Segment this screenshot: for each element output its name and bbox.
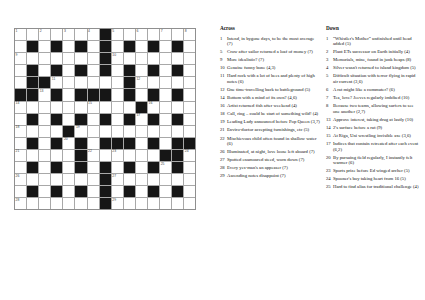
across-clue-1: 1Intend, in bygone days, to be the most … [220, 36, 320, 47]
clue-number-19: 19 [76, 125, 80, 129]
across-clue-number: 26 [220, 149, 226, 155]
cell-r5c7[interactable] [88, 77, 99, 88]
cell-r13c10[interactable] [124, 174, 135, 185]
down-clue-2: 2Plant ETs successor on Earth initially … [326, 49, 421, 55]
black-cell-r8c2 [27, 114, 38, 125]
across-clue-text: Enviro-doctor accepting furnishings, etc… [227, 127, 320, 133]
down-clue-list: 1“Whistler's Mother” unfinished until he… [326, 36, 421, 190]
cell-r2c13[interactable] [160, 41, 171, 52]
down-clue-text: Plant ETs successor on Earth initially (… [333, 49, 421, 55]
across-clue-22: 22Mischievous child often found in shall… [220, 136, 320, 147]
across-clue-text: Genuine funny bone (4,3) [227, 65, 320, 71]
across-clue-9: 9More idealistic? (7) [220, 57, 320, 63]
black-cell-r4c2 [27, 65, 38, 76]
clue-number-21: 21 [16, 149, 20, 153]
cell-r10c13[interactable] [160, 138, 171, 149]
cell-r1c6[interactable] [75, 29, 86, 40]
cell-r9c13[interactable] [160, 126, 171, 137]
across-clue-text: Spotted enamoured steed, worn down (7) [227, 157, 320, 163]
across-clues: Across 1Intend, in bygone days, to be th… [220, 26, 320, 182]
cell-r10c3[interactable] [39, 138, 50, 149]
cell-r10c1[interactable] [15, 138, 26, 149]
cell-r15c15[interactable] [184, 198, 195, 209]
cell-r8c11[interactable]: 17 [136, 114, 147, 125]
cell-r15c3[interactable] [39, 198, 50, 209]
cell-r3c2[interactable] [27, 53, 38, 64]
cell-r7c2[interactable] [27, 102, 38, 113]
cell-r15c2[interactable] [27, 198, 38, 209]
cell-r10c7[interactable] [88, 138, 99, 149]
cell-r3c6[interactable] [75, 53, 86, 64]
black-cell-r6c10 [124, 89, 135, 100]
cell-r3c5[interactable] [63, 53, 74, 64]
cell-r4c11[interactable] [136, 65, 147, 76]
across-clue-21: 21Enviro-doctor accepting furnishings, e… [220, 127, 320, 133]
cell-r9c11[interactable] [136, 126, 147, 137]
down-clue-number: 23 [326, 168, 332, 174]
cell-r7c5[interactable] [63, 102, 74, 113]
cell-r1c11[interactable]: 6 [136, 29, 147, 40]
cell-r2c3[interactable] [39, 41, 50, 52]
black-cell-r14c6 [75, 186, 86, 197]
down-heading: Down [326, 26, 421, 32]
cell-r14c1[interactable] [15, 186, 26, 197]
black-cell-r8c10 [124, 114, 135, 125]
cell-r3c3[interactable] [39, 53, 50, 64]
cell-r12c1[interactable] [15, 162, 26, 173]
cell-r7c1[interactable]: 14 [15, 102, 26, 113]
cell-r11c7[interactable]: 22 [88, 150, 99, 161]
cell-r11c8[interactable] [100, 150, 111, 161]
down-clue-25: 25Hard to find alias for traditional cha… [326, 184, 421, 190]
cell-r9c10[interactable] [124, 126, 135, 137]
cell-r2c7[interactable] [88, 41, 99, 52]
across-clue-number: 19 [220, 119, 226, 125]
cell-r4c1[interactable] [15, 65, 26, 76]
cell-r11c2[interactable] [27, 150, 38, 161]
cell-r13c15[interactable] [184, 174, 195, 185]
cell-r9c7[interactable] [88, 126, 99, 137]
down-clue-7: 7Tea, love? Jeeves regularly imbibed (10… [326, 95, 421, 101]
down-clue-text: Tea, love? Jeeves regularly imbibed (10) [333, 95, 421, 101]
across-clue-text: Leading Lady announced before Pop Queen … [227, 119, 320, 125]
cell-r15c13[interactable] [160, 198, 171, 209]
cell-r4c5[interactable] [63, 65, 74, 76]
clue-number-18: 18 [16, 125, 20, 129]
cell-r13c13[interactable] [160, 174, 171, 185]
black-cell-r10c10 [124, 138, 135, 149]
down-clue-number: 5 [326, 73, 332, 84]
down-clue-number: 7 [326, 95, 332, 101]
across-clue-number: 1 [220, 36, 226, 47]
cell-r12c9[interactable] [112, 162, 123, 173]
cell-r3c7[interactable] [88, 53, 99, 64]
down-clue-text: Memorials, mine, found in junk heaps (8) [333, 57, 421, 63]
cell-r12c5[interactable] [63, 162, 74, 173]
black-cell-r8c8 [100, 114, 111, 125]
cell-r11c1[interactable]: 21 [15, 150, 26, 161]
cell-r12c7[interactable] [88, 162, 99, 173]
cell-r5c11[interactable]: 12 [136, 77, 147, 88]
cell-r1c7[interactable]: 4 [88, 29, 99, 40]
cell-r2c11[interactable] [136, 41, 147, 52]
cell-r11c12[interactable] [148, 150, 159, 161]
across-clue-number: 21 [220, 127, 226, 133]
cell-r6c9[interactable] [112, 89, 123, 100]
cell-r1c3[interactable]: 2 [39, 29, 50, 40]
cell-r13c3[interactable] [39, 174, 50, 185]
cell-r8c1[interactable] [15, 114, 26, 125]
down-clue-3: 3Memorials, mine, found in junk heaps (8… [326, 57, 421, 63]
black-cell-r12c6 [75, 162, 86, 173]
cell-r10c11[interactable] [136, 138, 147, 149]
cell-r9c14[interactable] [172, 126, 183, 137]
cell-r12c13[interactable]: 25 [160, 162, 171, 173]
cell-r12c3[interactable] [39, 162, 50, 173]
down-clue-8: 8Because two teams, allowing surfers to … [326, 103, 421, 114]
cell-r13c2[interactable] [27, 174, 38, 185]
black-cell-r11c6 [75, 150, 86, 161]
black-cell-r10c12 [148, 138, 159, 149]
down-clue-text: Silver wasn't returned to island kingdom… [333, 65, 421, 71]
across-clue-10: 10Genuine funny bone (4,3) [220, 65, 320, 71]
cell-r7c9[interactable] [112, 102, 123, 113]
cell-r8c7[interactable] [88, 114, 99, 125]
cell-r11c5[interactable] [63, 150, 74, 161]
cell-r15c9[interactable]: 29 [112, 198, 123, 209]
down-clue-number: 17 [326, 141, 332, 152]
black-cell-r14c8 [100, 186, 111, 197]
cell-r14c13[interactable] [160, 186, 171, 197]
cell-r14c15[interactable] [184, 186, 195, 197]
cell-r3c4[interactable] [51, 53, 62, 64]
black-cell-r8c12 [148, 114, 159, 125]
across-clue-text: One time-travelling back to battleground… [227, 87, 320, 93]
cell-r14c3[interactable] [39, 186, 50, 197]
cell-r6c5[interactable] [63, 89, 74, 100]
cell-r15c14[interactable] [172, 198, 183, 209]
cell-r1c5[interactable]: 3 [63, 29, 74, 40]
cell-r9c2[interactable] [27, 126, 38, 137]
black-cell-r6c8 [100, 89, 111, 100]
black-cell-r10c9 [112, 138, 123, 149]
clue-number-8: 8 [185, 29, 187, 33]
black-cell-r14c14 [172, 186, 183, 197]
cell-r5c9[interactable] [112, 77, 123, 88]
cell-r13c5[interactable] [63, 174, 74, 185]
black-cell-r6c2 [27, 89, 38, 100]
cell-r2c1[interactable] [15, 41, 26, 52]
cell-r1c2[interactable] [27, 29, 38, 40]
crossword-grid[interactable]: 1234567891011121314151617181920212223242… [14, 28, 196, 210]
across-clue-14: 14Bottom with a mind of its own? (4,6) [220, 95, 320, 101]
cell-r13c6[interactable] [75, 174, 86, 185]
down-clue-text: Approve interest, taking drug at lastly … [333, 117, 421, 123]
cell-r15c12[interactable] [148, 198, 159, 209]
black-cell-r4c8 [100, 65, 111, 76]
cell-r1c14[interactable] [172, 29, 183, 40]
cell-r3c12[interactable] [148, 53, 159, 64]
down-clue-number: 20 [326, 155, 332, 166]
black-cell-r11c14 [172, 150, 183, 161]
cell-r5c5[interactable] [63, 77, 74, 88]
black-cell-r12c8 [100, 162, 111, 173]
cell-r12c15[interactable] [184, 162, 195, 173]
cell-r14c5[interactable] [63, 186, 74, 197]
across-clue-text: Ascending notes disappoint (7) [227, 173, 320, 179]
cell-r7c4[interactable] [51, 102, 62, 113]
cell-r1c15[interactable]: 8 [184, 29, 195, 40]
down-clue-text: Indices that contain retreated after eac… [333, 141, 421, 152]
across-clue-text: Bottom with a mind of its own? (4,6) [227, 95, 320, 101]
cell-r4c3[interactable] [39, 65, 50, 76]
cell-r6c13[interactable] [160, 89, 171, 100]
cell-r7c15[interactable] [184, 102, 195, 113]
cell-r4c7[interactable] [88, 65, 99, 76]
cell-r5c15[interactable] [184, 77, 195, 88]
black-cell-r2c6 [75, 41, 86, 52]
cell-r9c12[interactable] [148, 126, 159, 137]
down-clue-text: By pursuing field regularly, I instantly… [333, 155, 421, 166]
cell-r13c14[interactable] [172, 174, 183, 185]
across-clue-11: 11Hard rock with a lot of bees and plent… [220, 73, 320, 84]
clue-number-6: 6 [136, 29, 138, 33]
cell-r8c3[interactable] [39, 114, 50, 125]
cell-r9c4[interactable] [51, 126, 62, 137]
cell-r9c15[interactable] [184, 126, 195, 137]
black-cell-r6c14 [172, 89, 183, 100]
cell-r2c15[interactable] [184, 41, 195, 52]
cell-r13c7[interactable] [88, 174, 99, 185]
black-cell-r8c14 [172, 114, 183, 125]
down-clue-text: Because two teams, allowing surfers to s… [333, 103, 421, 114]
cell-r9c6[interactable]: 19 [75, 126, 86, 137]
cell-r9c3[interactable] [39, 126, 50, 137]
cell-r7c3[interactable] [39, 102, 50, 113]
cell-r15c6[interactable] [75, 198, 86, 209]
black-cell-r6c1 [15, 89, 26, 100]
cell-r11c15[interactable]: 24 [184, 150, 195, 161]
black-cell-r2c2 [27, 41, 38, 52]
cell-r3c15[interactable] [184, 53, 195, 64]
cell-r7c13[interactable] [160, 102, 171, 113]
cell-r9c9[interactable] [112, 126, 123, 137]
clue-number-28: 28 [16, 198, 20, 202]
across-clue-5: 5Crow after sailor returned a loaf of mo… [220, 49, 320, 55]
down-clue-number: 8 [326, 103, 332, 114]
black-cell-r2c8 [100, 41, 111, 52]
across-clue-text: More idealistic? (7) [227, 57, 320, 63]
across-clue-number: 22 [220, 136, 226, 147]
across-clue-text: Mischievous child often found in shallow… [227, 136, 320, 147]
cell-r3c1[interactable]: 9 [15, 53, 26, 64]
cell-r8c5[interactable] [63, 114, 74, 125]
cell-r12c11[interactable] [136, 162, 147, 173]
black-cell-r15c8 [100, 198, 111, 209]
cell-r5c1[interactable] [15, 77, 26, 88]
down-clue-number: 14 [326, 125, 332, 131]
cell-r8c15[interactable] [184, 114, 195, 125]
black-cell-r6c4 [51, 89, 62, 100]
clue-number-13: 13 [40, 89, 44, 93]
down-clue-text: Difficult situation with terror flying i… [333, 73, 421, 84]
cell-r11c11[interactable] [136, 150, 147, 161]
black-cell-r4c6 [75, 65, 86, 76]
clue-number-3: 3 [64, 29, 66, 33]
cell-r1c10[interactable] [124, 29, 135, 40]
cell-r13c12[interactable] [148, 174, 159, 185]
cell-r14c7[interactable] [88, 186, 99, 197]
black-cell-r5c2 [27, 77, 38, 88]
black-cell-r2c10 [124, 41, 135, 52]
across-clue-number: 16 [220, 103, 226, 109]
down-clue-1: 1“Whistler's Mother” unfinished until he… [326, 36, 421, 47]
cell-r15c10[interactable] [124, 198, 135, 209]
cell-r7c14[interactable] [172, 102, 183, 113]
black-cell-r6c6 [75, 89, 86, 100]
across-clue-text: Call, ring – could be start of something… [227, 111, 320, 117]
cell-r1c1[interactable]: 1 [15, 29, 26, 40]
cell-r5c8[interactable] [100, 77, 111, 88]
cell-r3c10[interactable] [124, 53, 135, 64]
across-clue-number: 27 [220, 157, 226, 163]
cell-r7c10[interactable] [124, 102, 135, 113]
cell-r15c1[interactable]: 28 [15, 198, 26, 209]
clue-number-9: 9 [16, 53, 18, 57]
cell-r4c13[interactable] [160, 65, 171, 76]
cell-r13c11[interactable] [136, 174, 147, 185]
clue-number-16: 16 [149, 101, 153, 105]
clue-number-11: 11 [52, 77, 56, 81]
black-cell-r12c10 [124, 162, 135, 173]
cell-r3c13[interactable] [160, 53, 171, 64]
cell-r14c9[interactable] [112, 186, 123, 197]
clue-number-22: 22 [88, 149, 92, 153]
cell-r9c8[interactable] [100, 126, 111, 137]
across-clue-text: Crow after sailor returned a loaf of mon… [227, 49, 320, 55]
cell-r3c11[interactable] [136, 53, 147, 64]
cell-r7c12[interactable]: 16 [148, 102, 159, 113]
down-clue-6: 6A rat might like a commuter? (6) [326, 87, 421, 93]
down-clue-number: 6 [326, 87, 332, 93]
cell-r14c11[interactable] [136, 186, 147, 197]
cell-r15c7[interactable] [88, 198, 99, 209]
cell-r15c4[interactable] [51, 198, 62, 209]
cell-r7c7[interactable]: 15 [88, 102, 99, 113]
cell-r6c15[interactable] [184, 89, 195, 100]
across-clue-text: Every yes-man's an appeaser (7) [227, 165, 320, 171]
clue-number-25: 25 [161, 162, 165, 166]
clue-number-26: 26 [16, 174, 20, 178]
cell-r13c9[interactable]: 27 [112, 174, 123, 185]
across-heading: Across [220, 26, 320, 32]
clue-number-1: 1 [16, 29, 18, 33]
across-clue-number: 14 [220, 95, 226, 101]
clue-number-14: 14 [16, 101, 20, 105]
cell-r1c13[interactable]: 7 [160, 29, 171, 40]
black-cell-r14c4 [51, 186, 62, 197]
cell-r15c11[interactable] [136, 198, 147, 209]
cell-r11c9[interactable]: 23 [112, 150, 123, 161]
clue-number-20: 20 [64, 137, 68, 141]
cell-r9c1[interactable]: 18 [15, 126, 26, 137]
across-clue-number: 28 [220, 165, 226, 171]
cell-r11c3[interactable] [39, 150, 50, 161]
cell-r11c4[interactable] [51, 150, 62, 161]
cell-r4c9[interactable] [112, 65, 123, 76]
black-cell-r8c4 [51, 114, 62, 125]
black-cell-r10c8 [100, 138, 111, 149]
down-clue-number: 13 [326, 117, 332, 123]
across-clue-list: 1Intend, in bygone days, to be the most … [220, 36, 320, 179]
cell-r1c4[interactable] [51, 29, 62, 40]
down-clue-17: 17Indices that contain retreated after e… [326, 141, 421, 152]
down-clue-number: 24 [326, 176, 332, 182]
down-clue-number: 2 [326, 49, 332, 55]
cell-r7c8[interactable] [100, 102, 111, 113]
cell-r11c10[interactable] [124, 150, 135, 161]
cell-r5c6[interactable] [75, 77, 86, 88]
down-clue-text: A rat might like a commuter? (6) [333, 87, 421, 93]
cell-r3c14[interactable] [172, 53, 183, 64]
across-clue-text: Intend, in bygone days, to be the most a… [227, 36, 320, 47]
black-cell-r9c5 [63, 126, 74, 137]
cell-r13c1[interactable]: 26 [15, 174, 26, 185]
across-clue-number: 18 [220, 111, 226, 117]
cell-r8c9[interactable] [112, 114, 123, 125]
cell-r5c14[interactable] [172, 77, 183, 88]
across-clue-26: 26Illuminated, at night, love loose left… [220, 149, 320, 155]
down-clue-text: Sports prize before Ed winged archer (5) [333, 168, 421, 174]
cell-r6c3[interactable]: 13 [39, 89, 50, 100]
cell-r2c5[interactable] [63, 41, 74, 52]
cell-r10c5[interactable]: 20 [63, 138, 74, 149]
cell-r15c5[interactable] [63, 198, 74, 209]
cell-r5c12[interactable] [148, 77, 159, 88]
down-clue-number: 1 [326, 36, 332, 47]
cell-r1c9[interactable]: 5 [112, 29, 123, 40]
black-cell-r11c13 [160, 150, 171, 161]
clue-number-2: 2 [40, 29, 42, 33]
cell-r4c15[interactable] [184, 65, 195, 76]
across-clue-text: Hard rock with a lot of bees and plenty … [227, 73, 320, 84]
clue-number-29: 29 [112, 198, 116, 202]
down-clue-number: 25 [326, 184, 332, 190]
down-clue-4: 4Silver wasn't returned to island kingdo… [326, 65, 421, 71]
across-clue-number: 11 [220, 73, 226, 84]
black-cell-r7c11 [136, 102, 147, 113]
clue-number-10: 10 [112, 53, 116, 57]
cell-r13c4[interactable] [51, 174, 62, 185]
black-cell-r10c14 [172, 138, 183, 149]
cell-r3c9[interactable]: 10 [112, 53, 123, 64]
cell-r6c11[interactable] [136, 89, 147, 100]
cell-r8c13[interactable] [160, 114, 171, 125]
cell-r1c12[interactable] [148, 29, 159, 40]
down-clue-text: At Riga, Uni wrestling invisible axe (3,… [333, 133, 421, 139]
black-cell-r2c4 [51, 41, 62, 52]
cell-r5c13[interactable] [160, 77, 171, 88]
black-cell-r4c12 [148, 65, 159, 76]
down-clue-5: 5Difficult situation with terror flying … [326, 73, 421, 84]
down-clue-text: 2's surface before a rut (9) [333, 125, 421, 131]
black-cell-r12c4 [51, 162, 62, 173]
cell-r2c9[interactable] [112, 41, 123, 52]
down-clue-15: 15At Riga, Uni wrestling invisible axe (… [326, 133, 421, 139]
cell-r5c4[interactable]: 11 [51, 77, 62, 88]
cell-r7c6[interactable] [75, 102, 86, 113]
black-cell-r8c6 [75, 114, 86, 125]
